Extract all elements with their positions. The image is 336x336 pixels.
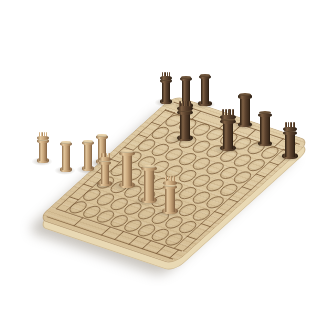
piece-light-castellated-c1[interactable] bbox=[98, 153, 112, 186]
piece-body bbox=[260, 116, 269, 144]
piece-crown-rim bbox=[220, 115, 235, 120]
piece-crown bbox=[164, 176, 176, 184]
piece-top bbox=[120, 150, 133, 153]
piece-crown-rim bbox=[177, 106, 192, 111]
piece-body bbox=[62, 145, 70, 170]
piece-body bbox=[101, 162, 110, 184]
piece-crown-rim bbox=[37, 136, 49, 140]
piece-crown-rim bbox=[160, 76, 172, 80]
piece-crown bbox=[38, 132, 48, 139]
piece-top bbox=[142, 165, 155, 168]
piece-top bbox=[181, 76, 192, 79]
piece-crown bbox=[222, 109, 235, 118]
piece-dark-castellated-c7[interactable] bbox=[177, 101, 194, 141]
piece-crown bbox=[100, 153, 110, 160]
piece-top bbox=[200, 74, 211, 77]
piece-light-plain-c2[interactable] bbox=[82, 139, 95, 171]
piece-body bbox=[144, 169, 155, 201]
piece-body bbox=[39, 140, 47, 161]
piece-light-castellated-f1[interactable] bbox=[162, 176, 178, 214]
piece-top bbox=[97, 134, 107, 136]
piece-light-castellated-a2[interactable] bbox=[37, 132, 50, 163]
product-render-scene bbox=[0, 0, 336, 336]
piece-crown bbox=[161, 72, 171, 79]
piece-body bbox=[285, 132, 295, 157]
piece-body bbox=[165, 186, 175, 212]
piece-light-plain-d1[interactable] bbox=[119, 148, 136, 188]
piece-body bbox=[180, 112, 191, 139]
piece-top bbox=[83, 140, 93, 143]
piece-top bbox=[61, 141, 71, 144]
piece-dark-plain-c8[interactable] bbox=[198, 73, 212, 106]
piece-light-plain-e1[interactable] bbox=[141, 163, 158, 203]
piece-dark-castellated-a8[interactable] bbox=[160, 72, 173, 104]
piece-light-plain-b2[interactable] bbox=[60, 140, 73, 172]
piece-body bbox=[240, 98, 249, 126]
piece-body bbox=[223, 120, 234, 149]
piece-body bbox=[201, 78, 210, 104]
piece-body bbox=[122, 154, 133, 186]
piece-dark-castellated-h7[interactable] bbox=[282, 122, 298, 159]
piece-crown bbox=[179, 101, 192, 109]
piece-crown bbox=[284, 122, 296, 130]
piece-body bbox=[162, 81, 170, 103]
piece-body bbox=[84, 144, 92, 169]
pieces-layer bbox=[0, 0, 336, 336]
piece-dark-plain-e8[interactable] bbox=[238, 92, 253, 127]
piece-crown-rim bbox=[283, 127, 297, 131]
piece-dark-castellated-f7[interactable] bbox=[220, 109, 237, 151]
piece-dark-plain-g8[interactable] bbox=[258, 110, 273, 146]
